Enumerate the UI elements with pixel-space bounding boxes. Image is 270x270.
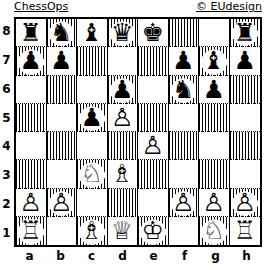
square-h5	[230, 104, 261, 132]
file-label-a: a	[14, 249, 45, 265]
piece-black-king: ♚	[138, 19, 168, 46]
chessops-link[interactable]: ChessOps	[14, 0, 68, 14]
square-e5	[138, 104, 169, 132]
square-f3	[169, 160, 200, 188]
file-label-h: h	[231, 249, 262, 265]
piece-white-pawn: ♙	[108, 104, 138, 131]
square-e7	[138, 47, 169, 75]
square-f6: ♞	[169, 76, 200, 104]
rank-labels: 87654321	[0, 17, 13, 247]
piece-white-pawn: ♙	[169, 189, 199, 216]
square-h3	[230, 160, 261, 188]
piece-black-rook: ♜	[16, 19, 46, 46]
square-f1	[169, 217, 200, 245]
piece-black-queen: ♛	[108, 19, 138, 46]
piece-black-bishop: ♝	[77, 19, 107, 46]
square-h6	[230, 76, 261, 104]
piece-white-bishop: ♗	[77, 217, 107, 245]
piece-white-bishop: ♗	[108, 160, 138, 187]
square-c8: ♝	[77, 19, 108, 47]
square-g2: ♙	[199, 189, 230, 217]
square-d2	[108, 189, 139, 217]
square-b4	[47, 132, 78, 160]
square-c6	[77, 76, 108, 104]
square-b3	[47, 160, 78, 188]
square-d3: ♗	[108, 160, 139, 188]
square-b5	[47, 104, 78, 132]
square-e8: ♚	[138, 19, 169, 47]
piece-white-pawn: ♙	[47, 189, 77, 216]
eudesign-credit-link[interactable]: © EUdesign	[196, 0, 262, 14]
square-f8	[169, 19, 200, 47]
piece-white-king: ♔	[138, 217, 168, 245]
file-label-c: c	[76, 249, 107, 265]
piece-black-pawn: ♟	[108, 76, 138, 103]
square-h1: ♖	[230, 217, 261, 245]
square-h4	[230, 132, 261, 160]
square-b2: ♙	[47, 189, 78, 217]
piece-white-knight: ♘	[77, 160, 107, 187]
piece-black-pawn: ♟	[47, 47, 77, 74]
rank-label-6: 6	[0, 75, 13, 104]
square-e6	[138, 76, 169, 104]
square-g1: ♘	[199, 217, 230, 245]
chess-board: ♜♞♝♛♚♜♟♟♟♝♟♟♞♟♟♙♙♘♗♙♙♙♙♙♖♗♕♔♘♖	[14, 17, 262, 247]
square-g3	[199, 160, 230, 188]
square-a4	[16, 132, 47, 160]
rank-label-4: 4	[0, 132, 13, 161]
square-d4	[108, 132, 139, 160]
rank-label-8: 8	[0, 17, 13, 46]
piece-black-bishop: ♝	[199, 47, 229, 74]
square-a8: ♜	[16, 19, 47, 47]
square-d7	[108, 47, 139, 75]
piece-black-knight: ♞	[169, 76, 199, 103]
square-c2	[77, 189, 108, 217]
file-label-b: b	[45, 249, 76, 265]
square-f7: ♟	[169, 47, 200, 75]
square-e1: ♔	[138, 217, 169, 245]
square-d1: ♕	[108, 217, 139, 245]
square-d6: ♟	[108, 76, 139, 104]
square-e2	[138, 189, 169, 217]
square-c7	[77, 47, 108, 75]
square-b1	[47, 217, 78, 245]
piece-white-pawn: ♙	[16, 189, 46, 216]
square-c4	[77, 132, 108, 160]
piece-black-rook: ♜	[230, 19, 261, 46]
square-a2: ♙	[16, 189, 47, 217]
square-h8: ♜	[230, 19, 261, 47]
square-a7: ♟	[16, 47, 47, 75]
square-a1: ♖	[16, 217, 47, 245]
square-h7: ♟	[230, 47, 261, 75]
square-c3: ♘	[77, 160, 108, 188]
square-a3	[16, 160, 47, 188]
square-d5: ♙	[108, 104, 139, 132]
piece-white-pawn: ♙	[199, 189, 229, 216]
piece-black-pawn: ♟	[230, 47, 261, 74]
rank-label-3: 3	[0, 161, 13, 190]
square-b7: ♟	[47, 47, 78, 75]
square-g7: ♝	[199, 47, 230, 75]
square-g5	[199, 104, 230, 132]
square-g4	[199, 132, 230, 160]
square-e3	[138, 160, 169, 188]
square-f5	[169, 104, 200, 132]
piece-white-pawn: ♙	[230, 189, 261, 216]
square-f2: ♙	[169, 189, 200, 217]
piece-white-pawn: ♙	[138, 132, 168, 159]
rank-label-1: 1	[0, 218, 13, 247]
piece-white-knight: ♘	[199, 217, 229, 245]
square-b6	[47, 76, 78, 104]
square-c1: ♗	[77, 217, 108, 245]
file-label-f: f	[169, 249, 200, 265]
piece-white-rook: ♖	[230, 217, 261, 245]
square-d8: ♛	[108, 19, 139, 47]
chess-diagram-page: ChessOps © EUdesign 87654321 ♜♞♝♛♚♜♟♟♟♝♟…	[0, 0, 270, 270]
rank-label-5: 5	[0, 103, 13, 132]
piece-black-pawn: ♟	[16, 47, 46, 74]
piece-black-knight: ♞	[47, 19, 77, 46]
piece-white-rook: ♖	[16, 217, 46, 245]
square-a6	[16, 76, 47, 104]
rank-label-2: 2	[0, 190, 13, 219]
square-g8	[199, 19, 230, 47]
piece-black-pawn: ♟	[169, 47, 199, 74]
square-g6: ♟	[199, 76, 230, 104]
piece-white-queen: ♕	[108, 217, 138, 245]
rank-label-7: 7	[0, 46, 13, 75]
file-label-e: e	[138, 249, 169, 265]
piece-black-pawn: ♟	[77, 104, 107, 131]
square-c5: ♟	[77, 104, 108, 132]
square-b8: ♞	[47, 19, 78, 47]
square-f4	[169, 132, 200, 160]
square-e4: ♙	[138, 132, 169, 160]
square-a5	[16, 104, 47, 132]
file-label-g: g	[200, 249, 231, 265]
piece-black-pawn: ♟	[199, 76, 229, 103]
file-labels: abcdefgh	[14, 249, 262, 265]
square-h2: ♙	[230, 189, 261, 217]
file-label-d: d	[107, 249, 138, 265]
